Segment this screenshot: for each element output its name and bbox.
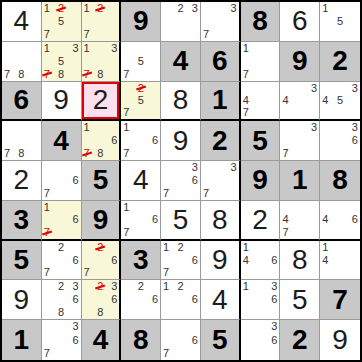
empty-candidate-slot xyxy=(84,55,95,67)
candidate-grid: 267 xyxy=(44,242,79,279)
empty-candidate-slot xyxy=(254,106,266,118)
empty-candidate-slot xyxy=(282,122,294,134)
empty-candidate-slot xyxy=(334,147,346,159)
candidate-8: 8 xyxy=(55,67,67,79)
empty-candidate-slot xyxy=(322,122,334,134)
candidate-7: 7 xyxy=(282,147,294,159)
candidate-7: 7 xyxy=(44,28,56,40)
cell-r3c7[interactable]: 47 xyxy=(241,82,281,122)
candidate-7: 7 xyxy=(243,106,255,118)
candidate-3: 3 xyxy=(186,3,198,15)
empty-candidate-slot xyxy=(266,55,278,67)
cell-r8c3[interactable]: 2368 xyxy=(82,280,122,320)
cell-r8c7[interactable]: 136 xyxy=(241,280,281,320)
candidate-7: 7 xyxy=(4,147,16,159)
candidate-7: 7 xyxy=(84,28,95,40)
empty-candidate-slot xyxy=(84,294,95,306)
candidate-grid: 26 xyxy=(123,281,158,318)
empty-candidate-slot xyxy=(266,306,278,318)
cell-r7c6[interactable]: 9 xyxy=(201,241,241,281)
candidate-7: 7 xyxy=(4,67,16,79)
cell-r1c6[interactable]: 37 xyxy=(201,2,241,42)
candidate-grid: 146 xyxy=(243,242,278,279)
cell-r6c5[interactable]: 5 xyxy=(161,201,201,241)
empty-candidate-slot xyxy=(84,15,95,27)
empty-candidate-slot xyxy=(322,202,334,214)
empty-candidate-slot xyxy=(106,122,117,134)
given-digit: 4 xyxy=(93,326,109,354)
empty-candidate-slot xyxy=(67,3,79,15)
empty-candidate-slot xyxy=(306,106,318,118)
candidate-grid: 2368 xyxy=(44,281,79,318)
cell-r3c4[interactable]: 257 xyxy=(121,82,161,122)
empty-candidate-slot xyxy=(266,94,278,106)
candidate-7: 7 xyxy=(163,187,175,199)
empty-candidate-slot xyxy=(147,147,159,159)
empty-candidate-slot xyxy=(147,281,159,293)
cell-r4c8[interactable]: 37 xyxy=(280,121,320,161)
empty-candidate-slot xyxy=(306,226,318,238)
cell-r4c1[interactable]: 78 xyxy=(2,121,42,161)
empty-candidate-slot xyxy=(135,106,147,118)
empty-candidate-slot xyxy=(44,174,56,186)
cell-r6c7[interactable]: 2 xyxy=(241,201,281,241)
empty-candidate-slot xyxy=(55,294,67,306)
given-digit: 1 xyxy=(212,86,228,114)
empty-candidate-slot xyxy=(55,334,67,347)
cell-r5c6[interactable]: 37 xyxy=(201,161,241,201)
candidate-6: 6 xyxy=(147,135,159,147)
selected-cell-r3c3[interactable]: 2 xyxy=(82,82,122,122)
empty-candidate-slot xyxy=(282,83,294,95)
candidate-1: 1 xyxy=(322,242,334,254)
cell-r7c3[interactable]: 267 xyxy=(82,241,122,281)
cell-r6c9[interactable]: 46 xyxy=(320,201,360,241)
empty-candidate-slot xyxy=(163,294,175,306)
empty-candidate-slot xyxy=(346,266,358,278)
cell-r7c9[interactable]: 14 xyxy=(320,241,360,281)
empty-candidate-slot xyxy=(4,43,16,55)
candidate-grid: 1678 xyxy=(84,122,118,159)
empty-candidate-slot xyxy=(322,147,334,159)
empty-candidate-slot xyxy=(55,266,67,278)
empty-candidate-slot xyxy=(27,147,39,159)
empty-candidate-slot xyxy=(186,346,198,359)
solved-digit: 9 xyxy=(53,86,69,114)
cell-r7c1[interactable]: 5 xyxy=(2,241,42,281)
candidate-6: 6 xyxy=(67,214,79,226)
cell-r5c9[interactable]: 8 xyxy=(320,161,360,201)
candidate-grid: 1257 xyxy=(44,3,79,40)
empty-candidate-slot xyxy=(214,174,225,186)
cell-r6c3[interactable]: 9 xyxy=(82,201,122,241)
cell-r9c7[interactable]: 36 xyxy=(241,320,281,360)
empty-candidate-slot xyxy=(294,214,306,226)
empty-candidate-slot xyxy=(67,266,79,278)
candidate-3: 3 xyxy=(67,281,79,293)
empty-candidate-slot xyxy=(186,15,198,27)
solved-digit: 4 xyxy=(14,7,30,35)
candidate-1: 1 xyxy=(243,281,255,293)
empty-candidate-slot xyxy=(294,226,306,238)
empty-candidate-slot xyxy=(334,3,346,15)
cell-r3c9[interactable]: 345 xyxy=(320,82,360,122)
cell-r9c8[interactable]: 2 xyxy=(280,320,320,360)
cell-r3c5[interactable]: 8 xyxy=(161,82,201,122)
solved-digit: 8 xyxy=(212,206,228,234)
empty-candidate-slot xyxy=(84,254,95,266)
solved-digit: 2 xyxy=(14,166,30,194)
cell-r2c1[interactable]: 78 xyxy=(2,42,42,82)
empty-candidate-slot xyxy=(243,334,255,347)
candidate-2: 2 xyxy=(135,281,147,293)
empty-candidate-slot xyxy=(27,43,39,55)
empty-candidate-slot xyxy=(306,214,318,226)
cell-r5c7[interactable]: 9 xyxy=(241,161,281,201)
cell-r9c9[interactable]: 9 xyxy=(320,320,360,360)
empty-candidate-slot xyxy=(95,254,106,266)
empty-candidate-slot xyxy=(322,28,334,40)
empty-candidate-slot xyxy=(254,254,266,266)
empty-candidate-slot xyxy=(175,15,187,27)
cell-r7c7[interactable]: 146 xyxy=(241,241,281,281)
candidate-6: 6 xyxy=(67,254,79,266)
empty-candidate-slot xyxy=(55,187,67,199)
cell-r1c7[interactable]: 8 xyxy=(241,2,281,42)
candidate-7: 7 xyxy=(44,266,56,278)
cell-r8c9[interactable]: 7 xyxy=(320,280,360,320)
empty-candidate-slot xyxy=(44,334,56,347)
empty-candidate-slot xyxy=(214,28,225,40)
candidate-grid: 367 xyxy=(44,321,79,359)
cell-r7c8[interactable]: 8 xyxy=(280,241,320,281)
empty-candidate-slot xyxy=(186,242,198,254)
cell-r2c4[interactable]: 57 xyxy=(121,42,161,82)
candidate-grid: 37 xyxy=(203,162,237,199)
empty-candidate-slot xyxy=(163,3,175,15)
solved-digit: 9 xyxy=(14,286,30,314)
cell-r1c4[interactable]: 9 xyxy=(121,2,161,42)
candidate-5: 5 xyxy=(135,94,147,106)
cell-r3c8[interactable]: 34 xyxy=(280,82,320,122)
cell-r1c3[interactable]: 127 xyxy=(82,2,122,42)
candidate-3: 3 xyxy=(346,83,358,95)
cell-r9c4[interactable]: 8 xyxy=(121,320,161,360)
empty-candidate-slot xyxy=(135,226,147,238)
empty-candidate-slot xyxy=(322,266,334,278)
cell-r5c4[interactable]: 4 xyxy=(121,161,161,201)
empty-candidate-slot xyxy=(147,67,159,79)
candidate-4: 4 xyxy=(282,94,294,106)
candidate-grid: 67 xyxy=(163,321,198,359)
cell-r3c2[interactable]: 9 xyxy=(42,82,82,122)
empty-candidate-slot xyxy=(106,242,117,254)
cell-r6c4[interactable]: 167 xyxy=(121,201,161,241)
cell-r6c2[interactable]: 167 xyxy=(42,201,82,241)
cell-r2c5[interactable]: 4 xyxy=(161,42,201,82)
empty-candidate-slot xyxy=(346,254,358,266)
candidate-grid: 367 xyxy=(163,162,198,199)
candidate-grid: 57 xyxy=(123,43,158,80)
cell-r5c1[interactable]: 2 xyxy=(2,161,42,201)
empty-candidate-slot xyxy=(27,135,39,147)
empty-candidate-slot xyxy=(67,55,79,67)
cell-r8c8[interactable]: 5 xyxy=(280,280,320,320)
cell-r3c6[interactable]: 1 xyxy=(201,82,241,122)
cell-r1c5[interactable]: 23 xyxy=(161,2,201,42)
candidate-7: 7 xyxy=(163,266,175,278)
eliminated-candidate-7: 7 xyxy=(84,67,95,79)
eliminated-candidate-2: 2 xyxy=(135,83,147,95)
empty-candidate-slot xyxy=(123,94,135,106)
given-digit: 3 xyxy=(14,206,30,234)
candidate-grid: 23 xyxy=(163,3,198,40)
empty-candidate-slot xyxy=(147,83,159,95)
candidate-grid: 78 xyxy=(4,43,39,80)
cell-r4c9[interactable]: 36 xyxy=(320,121,360,161)
empty-candidate-slot xyxy=(294,94,306,106)
candidate-6: 6 xyxy=(266,254,278,266)
cell-r8c5[interactable]: 126 xyxy=(161,280,201,320)
candidate-3: 3 xyxy=(266,281,278,293)
empty-candidate-slot xyxy=(135,306,147,318)
cell-r7c5[interactable]: 1267 xyxy=(161,241,201,281)
candidate-4: 4 xyxy=(322,94,334,106)
candidate-3: 3 xyxy=(306,122,318,134)
candidate-grid: 167 xyxy=(123,122,158,159)
candidate-grid: 37 xyxy=(282,122,317,159)
empty-candidate-slot xyxy=(147,55,159,67)
empty-candidate-slot xyxy=(243,83,255,95)
empty-candidate-slot xyxy=(186,187,198,199)
empty-candidate-slot xyxy=(334,135,346,147)
empty-candidate-slot xyxy=(254,281,266,293)
cell-r4c4[interactable]: 167 xyxy=(121,121,161,161)
candidate-7: 7 xyxy=(123,147,135,159)
empty-candidate-slot xyxy=(175,162,187,174)
candidate-1: 1 xyxy=(163,242,175,254)
empty-candidate-slot xyxy=(163,321,175,334)
cell-r2c8[interactable]: 9 xyxy=(280,42,320,82)
empty-candidate-slot xyxy=(67,28,79,40)
empty-candidate-slot xyxy=(306,147,318,159)
empty-candidate-slot xyxy=(4,55,16,67)
empty-candidate-slot xyxy=(123,83,135,95)
candidate-grid: 15 xyxy=(322,3,358,40)
candidate-5: 5 xyxy=(334,15,346,27)
candidate-6: 6 xyxy=(346,135,358,147)
empty-candidate-slot xyxy=(163,306,175,318)
cell-r1c1[interactable]: 4 xyxy=(2,2,42,42)
cell-r6c1[interactable]: 3 xyxy=(2,201,42,241)
empty-candidate-slot xyxy=(123,294,135,306)
empty-candidate-slot xyxy=(135,135,147,147)
empty-candidate-slot xyxy=(322,226,334,238)
cell-r7c2[interactable]: 267 xyxy=(42,241,82,281)
empty-candidate-slot xyxy=(322,135,334,147)
cell-r8c2[interactable]: 2368 xyxy=(42,280,82,320)
candidate-3: 3 xyxy=(225,3,236,15)
empty-candidate-slot xyxy=(266,106,278,118)
empty-candidate-slot xyxy=(243,346,255,359)
empty-candidate-slot xyxy=(106,3,117,15)
candidate-3: 3 xyxy=(225,162,236,174)
candidate-8: 8 xyxy=(95,306,106,318)
empty-candidate-slot xyxy=(346,94,358,106)
candidate-grid: 136 xyxy=(243,281,278,318)
empty-candidate-slot xyxy=(334,122,346,134)
candidate-6: 6 xyxy=(186,254,198,266)
empty-candidate-slot xyxy=(55,214,67,226)
candidate-8: 8 xyxy=(95,147,106,159)
cell-r2c9[interactable]: 2 xyxy=(320,42,360,82)
cell-r9c5[interactable]: 67 xyxy=(161,320,201,360)
empty-candidate-slot xyxy=(186,266,198,278)
empty-candidate-slot xyxy=(175,187,187,199)
eliminated-candidate-7: 7 xyxy=(44,226,56,238)
empty-candidate-slot xyxy=(294,147,306,159)
empty-candidate-slot xyxy=(44,15,56,27)
cell-r9c3[interactable]: 4 xyxy=(82,320,122,360)
candidate-1: 1 xyxy=(44,202,56,214)
empty-candidate-slot xyxy=(346,242,358,254)
empty-candidate-slot xyxy=(254,67,266,79)
empty-candidate-slot xyxy=(225,174,236,186)
cell-r4c2[interactable]: 4 xyxy=(42,121,82,161)
cell-r4c5[interactable]: 9 xyxy=(161,121,201,161)
candidate-8: 8 xyxy=(16,67,28,79)
candidate-3: 3 xyxy=(266,321,278,334)
candidate-7: 7 xyxy=(243,67,255,79)
candidate-grid: 47 xyxy=(243,83,278,119)
candidate-7: 7 xyxy=(44,346,56,359)
empty-candidate-slot xyxy=(175,28,187,40)
candidate-6: 6 xyxy=(147,214,159,226)
empty-candidate-slot xyxy=(135,147,147,159)
cell-r2c3[interactable]: 1378 xyxy=(82,42,122,82)
empty-candidate-slot xyxy=(67,202,79,214)
empty-candidate-slot xyxy=(175,254,187,266)
cell-r6c8[interactable]: 47 xyxy=(280,201,320,241)
cell-r3c1[interactable]: 6 xyxy=(2,82,42,122)
empty-candidate-slot xyxy=(84,135,95,147)
empty-candidate-slot xyxy=(294,135,306,147)
cell-r9c6[interactable]: 5 xyxy=(201,320,241,360)
candidate-6: 6 xyxy=(106,254,117,266)
cell-r5c5[interactable]: 367 xyxy=(161,161,201,201)
empty-candidate-slot xyxy=(67,162,79,174)
empty-candidate-slot xyxy=(225,187,236,199)
cell-r9c1[interactable]: 1 xyxy=(2,320,42,360)
cell-r5c2[interactable]: 67 xyxy=(42,161,82,201)
cell-r6c6[interactable]: 8 xyxy=(201,201,241,241)
empty-candidate-slot xyxy=(322,15,334,27)
empty-candidate-slot xyxy=(254,266,266,278)
cell-r4c6[interactable]: 2 xyxy=(201,121,241,161)
empty-candidate-slot xyxy=(175,321,187,334)
cell-r2c7[interactable]: 17 xyxy=(241,42,281,82)
given-digit: 7 xyxy=(332,286,348,314)
candidate-grid: 167 xyxy=(44,202,79,238)
empty-candidate-slot xyxy=(95,28,106,40)
empty-candidate-slot xyxy=(294,83,306,95)
eliminated-candidate-7: 7 xyxy=(84,147,95,159)
candidate-1: 1 xyxy=(163,281,175,293)
cell-r5c3[interactable]: 5 xyxy=(82,161,122,201)
empty-candidate-slot xyxy=(214,187,225,199)
candidate-4: 4 xyxy=(322,214,334,226)
empty-candidate-slot xyxy=(254,94,266,106)
empty-candidate-slot xyxy=(334,266,346,278)
cell-r8c1[interactable]: 9 xyxy=(2,280,42,320)
solved-digit: 2 xyxy=(252,206,268,234)
empty-candidate-slot xyxy=(123,55,135,67)
candidate-3: 3 xyxy=(67,321,79,334)
candidate-6: 6 xyxy=(67,294,79,306)
empty-candidate-slot xyxy=(135,202,147,214)
empty-candidate-slot xyxy=(306,94,318,106)
cell-r4c7[interactable]: 5 xyxy=(241,121,281,161)
empty-candidate-slot xyxy=(27,67,39,79)
candidate-grid: 14 xyxy=(322,242,358,279)
empty-candidate-slot xyxy=(334,202,346,214)
candidate-6: 6 xyxy=(67,174,79,186)
cell-r8c4[interactable]: 26 xyxy=(121,280,161,320)
empty-candidate-slot xyxy=(55,28,67,40)
cell-r1c9[interactable]: 15 xyxy=(320,2,360,42)
empty-candidate-slot xyxy=(95,122,106,134)
cell-r5c8[interactable]: 1 xyxy=(280,161,320,201)
given-digit: 5 xyxy=(14,246,30,274)
empty-candidate-slot xyxy=(346,15,358,27)
empty-candidate-slot xyxy=(123,281,135,293)
empty-candidate-slot xyxy=(254,306,266,318)
candidate-3: 3 xyxy=(186,162,198,174)
solved-digit: 4 xyxy=(133,166,149,194)
cell-r1c8[interactable]: 6 xyxy=(280,2,320,42)
candidate-7: 7 xyxy=(123,67,135,79)
candidate-7: 7 xyxy=(163,346,175,359)
empty-candidate-slot xyxy=(346,3,358,15)
empty-candidate-slot xyxy=(44,321,56,334)
empty-candidate-slot xyxy=(67,226,79,238)
empty-candidate-slot xyxy=(16,55,28,67)
cell-r9c2[interactable]: 367 xyxy=(42,320,82,360)
given-digit: 9 xyxy=(252,166,268,194)
candidate-grid: 37 xyxy=(203,3,237,40)
cell-r2c2[interactable]: 13578 xyxy=(42,42,82,82)
empty-candidate-slot xyxy=(67,187,79,199)
candidate-6: 6 xyxy=(186,334,198,347)
candidate-1: 1 xyxy=(84,122,95,134)
cell-r2c6[interactable]: 6 xyxy=(201,42,241,82)
cell-r8c6[interactable]: 4 xyxy=(201,280,241,320)
candidate-7: 7 xyxy=(123,226,135,238)
given-digit: 4 xyxy=(53,127,69,155)
cell-r1c2[interactable]: 1257 xyxy=(42,2,82,42)
cell-r7c4[interactable]: 3 xyxy=(121,241,161,281)
given-digit: 3 xyxy=(133,246,149,274)
candidate-1: 1 xyxy=(243,43,255,55)
empty-candidate-slot xyxy=(106,15,117,27)
empty-candidate-slot xyxy=(266,346,278,359)
cell-r4c3[interactable]: 1678 xyxy=(82,121,122,161)
candidate-7: 7 xyxy=(44,187,56,199)
candidate-1: 1 xyxy=(322,3,334,15)
empty-candidate-slot xyxy=(346,106,358,118)
given-digit: 6 xyxy=(212,47,228,75)
empty-candidate-slot xyxy=(123,214,135,226)
